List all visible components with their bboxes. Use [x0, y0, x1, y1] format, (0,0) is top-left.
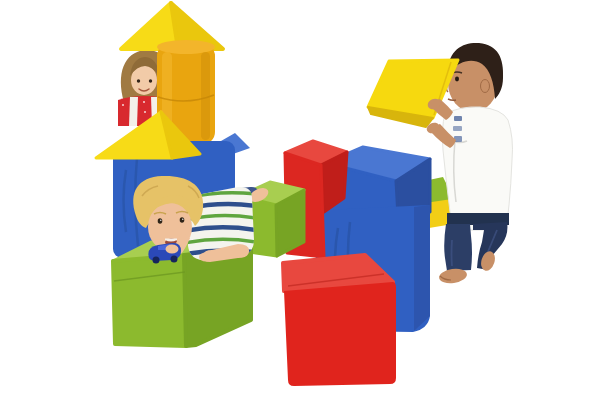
- red-cube-front: [283, 255, 396, 386]
- cylinder-top: [157, 40, 215, 54]
- blue-block-lower-right-shade: [414, 205, 430, 331]
- lying-boy-right-hand: [199, 253, 213, 262]
- toy-car-wheel-left: [153, 257, 160, 264]
- girl-overall-strap-left: [129, 97, 138, 126]
- standing-boy-eye: [455, 77, 459, 82]
- lying-boy-eye-glint-right: [182, 219, 183, 220]
- girl-eye-left: [137, 79, 140, 82]
- lying-boy-eye-right: [180, 217, 185, 223]
- red-cube-front-front-face: [284, 282, 396, 386]
- green-block-front-face: [113, 255, 186, 346]
- lying-boy-eye-left: [158, 218, 163, 224]
- lying-boy-eye-glint-left: [160, 220, 161, 221]
- standing-boy-front-leg: [444, 224, 472, 271]
- girl-eye-right: [149, 79, 152, 82]
- standing-boy-tshirt: [442, 107, 512, 230]
- lying-boy-left-hand: [166, 245, 179, 254]
- cylinder-shade: [201, 52, 210, 140]
- standing-boy-ear: [481, 80, 490, 93]
- toy-car-wheel-right: [171, 256, 178, 263]
- standing-boy-chest-print: [453, 116, 462, 142]
- product-photo: [0, 0, 600, 400]
